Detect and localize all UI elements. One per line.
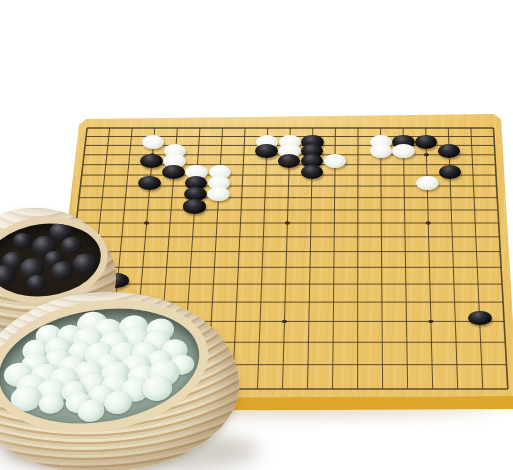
- star-point: [285, 221, 290, 224]
- go-scene: [0, 0, 513, 470]
- star-point: [287, 153, 292, 156]
- black-bowl-stone: [71, 252, 98, 275]
- black-bowl-stone: [60, 235, 83, 255]
- star-point: [150, 153, 155, 156]
- white-stone-bowl: [0, 292, 239, 470]
- star-point: [428, 320, 433, 323]
- black-bowl-stone: [50, 260, 75, 282]
- star-point: [424, 153, 429, 156]
- black-bowl-stone: [12, 232, 33, 250]
- star-point: [426, 221, 431, 224]
- star-point: [144, 221, 149, 224]
- star-point: [282, 320, 287, 323]
- black-bowl-stone: [26, 273, 48, 292]
